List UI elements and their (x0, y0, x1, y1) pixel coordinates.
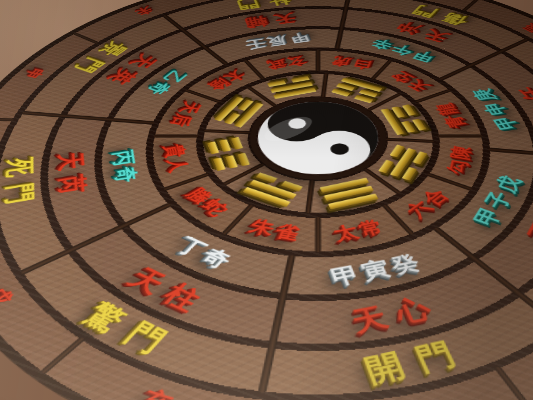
eight-gates-label: 開門 (361, 336, 475, 388)
taiji-svg (252, 101, 383, 176)
trigram-bar (207, 141, 219, 154)
stems-three-wonders-six-yi-label: 丙奇 (110, 149, 139, 186)
sector-divider (335, 0, 352, 49)
outer-earthly-branches-label: 辰 (520, 22, 533, 34)
twelve-deities-label: 朱雀 (247, 218, 304, 243)
outer-earthly-branches-label: 申 (21, 68, 47, 81)
trigram-bar (213, 158, 226, 171)
eight-gates-label: 杜門 (225, 0, 292, 12)
sector-divider (154, 134, 199, 137)
sector-divider (258, 255, 296, 393)
twelve-deities-label: 螣蛇 (183, 186, 233, 221)
sector-divider (462, 0, 480, 11)
outer-earthly-branches-label: 亥 (138, 386, 176, 400)
sector-divider (433, 227, 533, 329)
nine-stars-label: 天柱 (124, 264, 216, 319)
perspective-scene: 太常朱雀螣蛇貴人天后太陰玄武白虎天空青龍勾陳六合甲寅癸丁奇丙奇乙奇甲辰壬甲午辛甲… (0, 0, 533, 400)
twelve-deities-label: 勾陳 (446, 143, 474, 175)
sector-divider (316, 50, 321, 71)
qimen-wheel: 太常朱雀螣蛇貴人天后太陰玄武白虎天空青龍勾陳六合甲寅癸丁奇丙奇乙奇甲辰壬甲午辛甲… (0, 0, 533, 400)
trigram-bar (237, 153, 250, 166)
twelve-deities-label: 六合 (403, 186, 453, 221)
trigram-bar (219, 139, 231, 152)
sector-divider (321, 73, 329, 97)
trigram-kun (203, 136, 254, 172)
stems-three-wonders-six-yi-label: 甲子戊 (471, 172, 525, 229)
sector-divider (21, 111, 154, 125)
sector-divider (315, 217, 321, 252)
sector-divider (0, 117, 14, 122)
twelve-deities-label: 天后 (167, 101, 203, 129)
sector-divider (201, 0, 215, 1)
taiji-yin-yang-symbol (252, 101, 383, 176)
trigram-bar (231, 137, 243, 150)
nine-stars-label: 天心 (348, 292, 446, 335)
trigram-bar (225, 155, 238, 168)
twelve-deities-label: 玄武 (263, 55, 307, 70)
sector-divider (439, 38, 529, 80)
stems-three-wonders-six-yi-label: 甲午辛 (366, 37, 436, 64)
sector-divider (73, 32, 99, 44)
stems-three-wonders-six-yi-label: 甲辰壬 (241, 32, 310, 51)
eight-gates-label: 死門 (3, 156, 35, 215)
trigram-xun (266, 74, 317, 101)
rusted-metal-board: 太常朱雀螣蛇貴人天后太陰玄武白虎天空青龍勾陳六合甲寅癸丁奇丙奇乙奇甲辰壬甲午辛甲… (0, 0, 533, 400)
stems-three-wonders-six-yi-label: 甲寅癸 (329, 252, 427, 289)
sector-divider (41, 337, 85, 374)
twelve-deities-label: 太陰 (204, 69, 249, 93)
stems-three-wonders-six-yi-label: 丁奇 (173, 235, 239, 273)
sector-divider (489, 148, 533, 163)
sector-divider (494, 366, 531, 400)
trigram-bar (413, 151, 428, 164)
outer-earthly-branches-label: 未 (133, 6, 155, 17)
outer-earthly-branches-label: 戌 (0, 284, 16, 310)
trigram-bar (402, 167, 417, 181)
twelve-deities-label: 天空 (388, 69, 433, 93)
stems-three-wonders-six-yi-label: 甲申庚 (470, 86, 521, 131)
sector-divider (162, 15, 228, 65)
stems-three-wonders-six-yi-label: 乙奇 (142, 69, 189, 98)
eight-gates-label: 驚門 (79, 299, 184, 364)
sector-divider (387, 138, 434, 143)
twelve-deities-label: 貴人 (162, 143, 190, 175)
twelve-deities-label: 白虎 (329, 55, 373, 70)
twelve-deities-label: 太常 (331, 218, 388, 243)
trigram-qian (318, 175, 380, 212)
trigram-kan (374, 143, 431, 182)
nine-stars-label: 天芮 (56, 151, 88, 203)
nine-stars-label: 天輔 (235, 12, 298, 30)
trigram-gen (377, 104, 430, 136)
sector-divider (438, 134, 483, 137)
twelve-deities-label: 青龍 (433, 101, 469, 129)
sector-divider (204, 129, 250, 134)
nine-stars-label: 天蓬 (523, 189, 533, 247)
nine-stars-label: 天任 (511, 81, 533, 122)
sector-divider (305, 180, 315, 213)
